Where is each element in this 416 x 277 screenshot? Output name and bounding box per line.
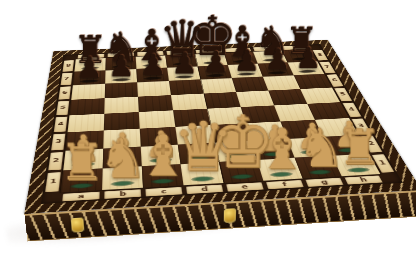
coordinate-plaque-a: a <box>62 192 99 202</box>
coordinate-plaque-e: e <box>226 182 263 191</box>
chess-board: abcdefgh abcdefgh 87654321 87654321 ♜♞♝♛… <box>24 40 416 214</box>
coordinate-plaque-4: 4 <box>54 117 68 133</box>
coordinate-plaque-d: d <box>186 185 223 194</box>
board-top-face: abcdefgh abcdefgh 87654321 87654321 ♜♞♝♛… <box>24 40 416 214</box>
square-b5 <box>104 97 139 114</box>
coordinate-plaque-h: h <box>345 175 383 184</box>
piece-black-pawn: ♟ <box>264 45 290 74</box>
brass-clasp-icon <box>71 217 85 232</box>
square-c6 <box>137 81 171 97</box>
square-d6 <box>169 80 204 96</box>
piece-black-pawn: ♟ <box>202 47 228 76</box>
piece-black-pawn: ♟ <box>233 46 259 75</box>
piece-white-rook: ♜ <box>59 138 104 188</box>
piece-black-pawn: ♟ <box>108 51 135 81</box>
piece-black-pawn: ♟ <box>171 49 198 79</box>
square-e6 <box>200 78 236 93</box>
square-b1: ♞ <box>102 166 143 190</box>
coordinate-plaque-7: 7 <box>61 73 73 85</box>
coordinate-plaque-g: g <box>306 178 344 187</box>
square-a1: ♜ <box>61 168 103 192</box>
coordinate-plaque-5: 5 <box>56 101 69 115</box>
square-c5 <box>138 95 173 112</box>
square-a6 <box>71 84 105 100</box>
brass-clasp-icon <box>224 208 236 223</box>
coordinate-plaque-b: b <box>104 189 141 199</box>
square-c1: ♝ <box>142 164 184 188</box>
piece-black-pawn: ♟ <box>295 43 321 72</box>
piece-black-pawn: ♟ <box>140 50 167 80</box>
coordinate-plaque-6: 6 <box>58 86 70 99</box>
square-b6 <box>105 82 138 98</box>
photo-background: { "game": "chess", "description": "Carve… <box>0 0 416 277</box>
chess-set-photo: abcdefgh abcdefgh 87654321 87654321 ♜♞♝♛… <box>0 0 416 277</box>
coordinate-plaque-c: c <box>145 187 182 196</box>
piece-black-pawn: ♟ <box>76 53 103 83</box>
coordinate-plaque-f: f <box>266 180 304 189</box>
square-a5 <box>69 98 104 115</box>
piece-white-knight: ♞ <box>98 131 147 186</box>
